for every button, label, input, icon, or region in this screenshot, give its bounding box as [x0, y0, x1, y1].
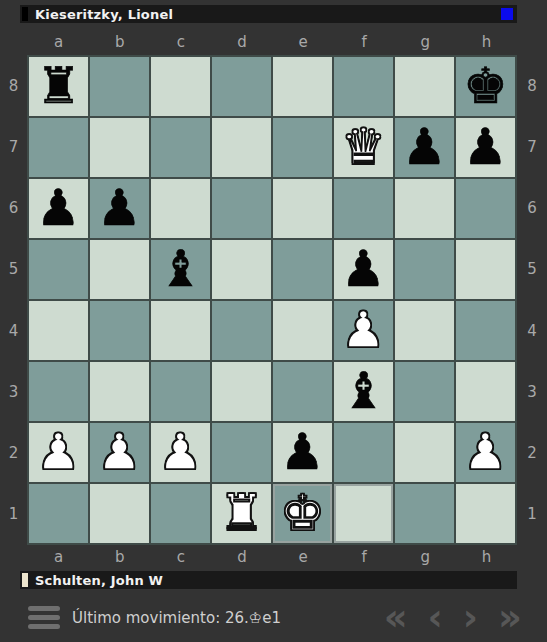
rank-label-5: 5	[517, 239, 547, 300]
square-g3[interactable]	[395, 362, 454, 421]
square-e8[interactable]	[273, 57, 332, 116]
go-to-start-button[interactable]: «	[381, 598, 411, 638]
file-label-b: b	[89, 31, 150, 53]
square-d5[interactable]	[212, 240, 271, 299]
black-pawn[interactable]: ♟	[402, 118, 447, 177]
file-label-e: e	[273, 546, 334, 568]
square-d2[interactable]	[212, 423, 271, 482]
square-h4[interactable]	[456, 301, 515, 360]
file-label-d: d	[211, 546, 272, 568]
square-e3[interactable]	[273, 362, 332, 421]
ranks-col-right: 87654321	[517, 55, 547, 545]
square-d3[interactable]	[212, 362, 271, 421]
control-bar: Último movimiento: 26.♔e1 « ‹ › »	[0, 593, 547, 642]
black-color-indicator	[22, 7, 28, 21]
black-pawn[interactable]: ♟	[280, 423, 325, 482]
square-g4[interactable]	[395, 301, 454, 360]
square-h5[interactable]	[456, 240, 515, 299]
square-c2[interactable]: ♟	[151, 423, 210, 482]
file-label-e: e	[273, 31, 334, 53]
step-forward-button[interactable]: ›	[460, 598, 481, 638]
square-g8[interactable]	[395, 57, 454, 116]
square-e5[interactable]	[273, 240, 332, 299]
rank-label-2: 2	[0, 423, 27, 484]
board[interactable]: ♜♚♛♟♟♟♟♝♟♟♝♟♟♟♟♟♜♚	[27, 55, 517, 545]
rank-label-3: 3	[517, 361, 547, 422]
square-c7[interactable]	[151, 118, 210, 177]
bottom-player-name: Schulten, John W	[35, 573, 513, 588]
square-f3[interactable]: ♝	[334, 362, 393, 421]
square-c3[interactable]	[151, 362, 210, 421]
white-king[interactable]: ♚	[280, 484, 325, 543]
rank-label-1: 1	[517, 484, 547, 545]
square-f6[interactable]	[334, 179, 393, 238]
file-label-a: a	[28, 31, 89, 53]
square-d8[interactable]	[212, 57, 271, 116]
square-d1[interactable]: ♜	[212, 484, 271, 543]
square-d4[interactable]	[212, 301, 271, 360]
step-back-button[interactable]: ‹	[425, 598, 446, 638]
square-b4[interactable]	[90, 301, 149, 360]
file-label-c: c	[150, 31, 211, 53]
square-h7[interactable]: ♟	[456, 118, 515, 177]
rank-label-6: 6	[517, 178, 547, 239]
white-pawn[interactable]: ♟	[97, 423, 142, 482]
go-to-end-button[interactable]: »	[495, 598, 525, 638]
white-pawn[interactable]: ♟	[158, 423, 203, 482]
square-e1[interactable]: ♚	[273, 484, 332, 543]
black-rook[interactable]: ♜	[36, 57, 81, 116]
rank-label-6: 6	[0, 178, 27, 239]
top-player-bar: Kieseritzky, Lionel	[20, 5, 517, 23]
black-pawn[interactable]: ♟	[97, 179, 142, 238]
square-c6[interactable]	[151, 179, 210, 238]
square-b2[interactable]: ♟	[90, 423, 149, 482]
black-pawn[interactable]: ♟	[36, 179, 81, 238]
square-f2[interactable]	[334, 423, 393, 482]
square-a4[interactable]	[29, 301, 88, 360]
square-a3[interactable]	[29, 362, 88, 421]
rank-label-1: 1	[0, 484, 27, 545]
files-row: abcdefgh	[28, 546, 517, 568]
rank-label-5: 5	[0, 239, 27, 300]
square-d7[interactable]	[212, 118, 271, 177]
square-h8[interactable]: ♚	[456, 57, 515, 116]
ranks-col-left: 87654321	[0, 55, 27, 545]
rank-label-7: 7	[0, 116, 27, 177]
white-rook[interactable]: ♜	[219, 484, 264, 543]
square-b8[interactable]	[90, 57, 149, 116]
engine-indicator-icon[interactable]	[501, 8, 513, 20]
square-c4[interactable]	[151, 301, 210, 360]
square-d6[interactable]	[212, 179, 271, 238]
square-f7[interactable]: ♛	[334, 118, 393, 177]
top-player-name: Kieseritzky, Lionel	[35, 7, 501, 22]
file-label-f: f	[334, 546, 395, 568]
square-c1[interactable]	[151, 484, 210, 543]
square-b3[interactable]	[90, 362, 149, 421]
square-f4[interactable]: ♟	[334, 301, 393, 360]
square-g6[interactable]	[395, 179, 454, 238]
rank-label-8: 8	[0, 55, 27, 116]
file-label-h: h	[456, 546, 517, 568]
square-g7[interactable]: ♟	[395, 118, 454, 177]
square-b6[interactable]: ♟	[90, 179, 149, 238]
square-e7[interactable]	[273, 118, 332, 177]
white-color-indicator	[22, 573, 28, 587]
square-g1[interactable]	[395, 484, 454, 543]
file-label-a: a	[28, 546, 89, 568]
square-c5[interactable]: ♝	[151, 240, 210, 299]
square-e4[interactable]	[273, 301, 332, 360]
file-label-d: d	[211, 31, 272, 53]
white-pawn[interactable]: ♟	[463, 423, 508, 482]
rank-label-2: 2	[517, 423, 547, 484]
square-f5[interactable]: ♟	[334, 240, 393, 299]
menu-icon[interactable]	[28, 606, 60, 629]
square-a5[interactable]	[29, 240, 88, 299]
square-b7[interactable]	[90, 118, 149, 177]
square-f8[interactable]	[334, 57, 393, 116]
square-a7[interactable]	[29, 118, 88, 177]
square-a2[interactable]: ♟	[29, 423, 88, 482]
black-pawn[interactable]: ♟	[341, 240, 386, 299]
file-label-b: b	[89, 546, 150, 568]
square-g5[interactable]	[395, 240, 454, 299]
file-label-h: h	[456, 31, 517, 53]
black-bishop[interactable]: ♝	[158, 240, 203, 299]
file-label-g: g	[395, 31, 456, 53]
square-a1[interactable]	[29, 484, 88, 543]
rank-label-3: 3	[0, 361, 27, 422]
square-c8[interactable]	[151, 57, 210, 116]
square-a6[interactable]: ♟	[29, 179, 88, 238]
black-bishop[interactable]: ♝	[341, 362, 386, 421]
move-navigation: « ‹ › »	[381, 598, 525, 638]
square-b5[interactable]	[90, 240, 149, 299]
black-pawn[interactable]: ♟	[463, 118, 508, 177]
square-e2[interactable]: ♟	[273, 423, 332, 482]
white-queen[interactable]: ♛	[341, 118, 386, 177]
last-move-status: Último movimiento: 26.♔e1	[72, 609, 281, 627]
file-label-c: c	[150, 546, 211, 568]
square-h3[interactable]	[456, 362, 515, 421]
white-pawn[interactable]: ♟	[341, 301, 386, 360]
square-g2[interactable]	[395, 423, 454, 482]
bottom-player-bar: Schulten, John W	[20, 571, 517, 589]
square-h6[interactable]	[456, 179, 515, 238]
rank-label-4: 4	[0, 300, 27, 361]
white-pawn[interactable]: ♟	[36, 423, 81, 482]
rank-label-4: 4	[517, 300, 547, 361]
black-king[interactable]: ♚	[463, 57, 508, 116]
square-f1[interactable]	[334, 484, 393, 543]
file-label-g: g	[395, 546, 456, 568]
square-e6[interactable]	[273, 179, 332, 238]
rank-label-7: 7	[517, 116, 547, 177]
square-h2[interactable]: ♟	[456, 423, 515, 482]
file-label-f: f	[334, 31, 395, 53]
rank-label-8: 8	[517, 55, 547, 116]
square-a8[interactable]: ♜	[29, 57, 88, 116]
square-h1[interactable]	[456, 484, 515, 543]
files-row: abcdefgh	[28, 31, 517, 53]
square-b1[interactable]	[90, 484, 149, 543]
